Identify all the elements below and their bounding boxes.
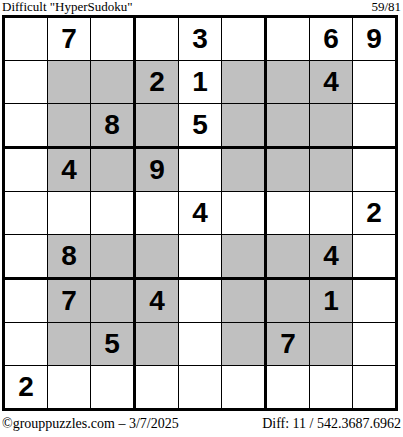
cell-r6c5 bbox=[179, 235, 222, 280]
cell-r6c4 bbox=[136, 235, 179, 280]
cell-r4c4: 9 bbox=[136, 149, 179, 192]
cell-r8c3: 5 bbox=[91, 323, 136, 366]
cell-r4c9 bbox=[353, 149, 395, 192]
page-title: Difficult "HyperSudoku" bbox=[2, 0, 133, 14]
header: Difficult "HyperSudoku" 59/81 bbox=[0, 0, 403, 15]
cell-r3c6 bbox=[222, 104, 267, 149]
cell-r2c7 bbox=[267, 61, 310, 104]
cells-remaining-counter: 59/81 bbox=[371, 0, 401, 14]
cell-r2c1 bbox=[5, 61, 48, 104]
sudoku-board: 736921485494284741572 bbox=[2, 15, 398, 411]
cell-r7c4: 4 bbox=[136, 280, 179, 323]
cell-r9c8 bbox=[310, 366, 353, 408]
cell-r8c1 bbox=[5, 323, 48, 366]
cell-r8c8 bbox=[310, 323, 353, 366]
cell-r1c7 bbox=[267, 18, 310, 61]
cell-r9c1: 2 bbox=[5, 366, 48, 408]
copyright-date: ©grouppuzzles.com – 3/7/2025 bbox=[2, 415, 179, 432]
cell-r4c1 bbox=[5, 149, 48, 192]
cell-r7c1 bbox=[5, 280, 48, 323]
cell-r6c7 bbox=[267, 235, 310, 280]
cell-r8c7: 7 bbox=[267, 323, 310, 366]
cell-r7c7 bbox=[267, 280, 310, 323]
cell-r3c3: 8 bbox=[91, 104, 136, 149]
cell-r2c3 bbox=[91, 61, 136, 104]
cell-r4c8 bbox=[310, 149, 353, 192]
cell-r6c8: 4 bbox=[310, 235, 353, 280]
cell-r7c3 bbox=[91, 280, 136, 323]
cell-r1c1 bbox=[5, 18, 48, 61]
cell-r4c7 bbox=[267, 149, 310, 192]
cell-r9c3 bbox=[91, 366, 136, 408]
cell-r7c5 bbox=[179, 280, 222, 323]
cell-r6c3 bbox=[91, 235, 136, 280]
cell-r6c9 bbox=[353, 235, 395, 280]
cell-r7c2: 7 bbox=[48, 280, 91, 323]
cell-r1c4 bbox=[136, 18, 179, 61]
cell-r9c7 bbox=[267, 366, 310, 408]
cell-r3c4 bbox=[136, 104, 179, 149]
cell-r9c2 bbox=[48, 366, 91, 408]
cell-r8c6 bbox=[222, 323, 267, 366]
cell-r7c6 bbox=[222, 280, 267, 323]
cell-r5c9: 2 bbox=[353, 192, 395, 235]
sudoku-grid: 736921485494284741572 bbox=[5, 18, 395, 408]
cell-r4c6 bbox=[222, 149, 267, 192]
cell-r2c4: 2 bbox=[136, 61, 179, 104]
cell-r1c3 bbox=[91, 18, 136, 61]
cell-r7c8: 1 bbox=[310, 280, 353, 323]
cell-r2c2 bbox=[48, 61, 91, 104]
cell-r9c5 bbox=[179, 366, 222, 408]
cell-r3c7 bbox=[267, 104, 310, 149]
cell-r5c4 bbox=[136, 192, 179, 235]
cell-r2c6 bbox=[222, 61, 267, 104]
cell-r2c9 bbox=[353, 61, 395, 104]
cell-r9c9 bbox=[353, 366, 395, 408]
cell-r8c4 bbox=[136, 323, 179, 366]
cell-r1c8: 6 bbox=[310, 18, 353, 61]
cell-r5c7 bbox=[267, 192, 310, 235]
cell-r4c2: 4 bbox=[48, 149, 91, 192]
cell-r6c2: 8 bbox=[48, 235, 91, 280]
difficulty-rating: Diff: 11 / 542.3687.6962 bbox=[262, 415, 401, 432]
cell-r3c8 bbox=[310, 104, 353, 149]
puzzle-page: Difficult "HyperSudoku" 59/81 7369214854… bbox=[0, 0, 403, 437]
cell-r8c9 bbox=[353, 323, 395, 366]
cell-r7c9 bbox=[353, 280, 395, 323]
footer: ©grouppuzzles.com – 3/7/2025 Diff: 11 / … bbox=[0, 415, 403, 437]
cell-r5c6 bbox=[222, 192, 267, 235]
cell-r3c1 bbox=[5, 104, 48, 149]
cell-r2c5: 1 bbox=[179, 61, 222, 104]
cell-r5c8 bbox=[310, 192, 353, 235]
cell-r8c5 bbox=[179, 323, 222, 366]
cell-r8c2 bbox=[48, 323, 91, 366]
cell-r5c5: 4 bbox=[179, 192, 222, 235]
cell-r2c8: 4 bbox=[310, 61, 353, 104]
cell-r1c2: 7 bbox=[48, 18, 91, 61]
cell-r6c6 bbox=[222, 235, 267, 280]
cell-r5c3 bbox=[91, 192, 136, 235]
cell-r3c5: 5 bbox=[179, 104, 222, 149]
cell-r4c5 bbox=[179, 149, 222, 192]
cell-r5c2 bbox=[48, 192, 91, 235]
cell-r9c6 bbox=[222, 366, 267, 408]
cell-r4c3 bbox=[91, 149, 136, 192]
cell-r3c9 bbox=[353, 104, 395, 149]
cell-r6c1 bbox=[5, 235, 48, 280]
cell-r1c9: 9 bbox=[353, 18, 395, 61]
cell-r3c2 bbox=[48, 104, 91, 149]
cell-r9c4 bbox=[136, 366, 179, 408]
cell-r1c5: 3 bbox=[179, 18, 222, 61]
cell-r5c1 bbox=[5, 192, 48, 235]
cell-r1c6 bbox=[222, 18, 267, 61]
